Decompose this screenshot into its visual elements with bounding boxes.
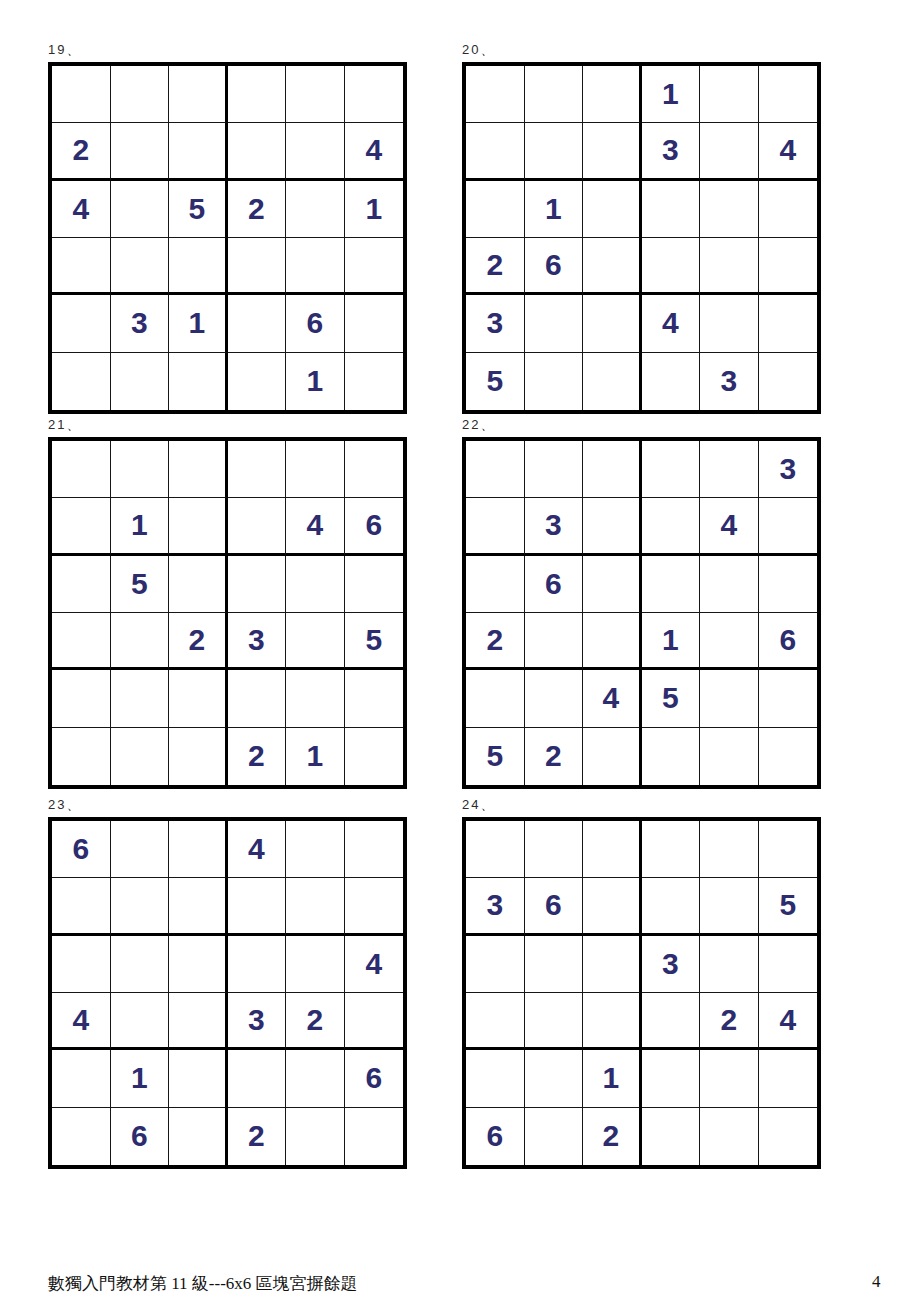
cell-r3c5-empty [700, 556, 759, 613]
cell-r5c3-empty [583, 295, 642, 352]
cell-r1c1-empty [466, 66, 525, 123]
cell-r5c5-empty [286, 1050, 345, 1107]
cell-r2c1-given: 2 [52, 123, 111, 180]
cell-r3c3-empty [583, 181, 642, 238]
cell-r2c6-empty [759, 498, 818, 555]
cell-r4c4-given: 3 [228, 993, 287, 1050]
cell-r4c3-empty [583, 993, 642, 1050]
cell-r3c2-given: 6 [525, 556, 584, 613]
cell-r5c4-empty [642, 1050, 701, 1107]
cell-r4c5-empty [286, 613, 345, 670]
cell-r2c2-given: 3 [525, 498, 584, 555]
cell-r6c3-empty [583, 728, 642, 785]
cell-r5c3-given: 4 [583, 670, 642, 727]
cell-r3c2-given: 5 [111, 556, 170, 613]
cell-r1c3-empty [583, 66, 642, 123]
cell-r5c3-empty [169, 1050, 228, 1107]
cell-r1c6-empty [759, 821, 818, 878]
cell-r1c6-empty [345, 441, 404, 498]
sudoku-board-20: 1341263453 [462, 62, 821, 414]
cell-r3c1-empty [466, 556, 525, 613]
worksheet-page: 19、 2445213161 20、 1341263453 21、 146523… [0, 0, 920, 1302]
cell-r4c2-empty [525, 613, 584, 670]
cell-r4c5-given: 2 [286, 993, 345, 1050]
cell-r5c2-empty [525, 670, 584, 727]
cell-r6c4-empty [642, 728, 701, 785]
cell-r5c2-given: 1 [111, 1050, 170, 1107]
cell-r2c5-empty [700, 878, 759, 935]
cell-r5c4-empty [228, 295, 287, 352]
cell-r6c3-given: 2 [583, 1108, 642, 1165]
cell-r1c6-empty [759, 66, 818, 123]
cell-r1c4-empty [642, 441, 701, 498]
cell-r1c2-empty [111, 66, 170, 123]
sudoku-board-23: 6444321662 [48, 817, 407, 1169]
cell-r1c2-empty [525, 441, 584, 498]
cell-r5c4-given: 4 [642, 295, 701, 352]
cell-r3c6-empty [759, 936, 818, 993]
cell-r4c6-given: 5 [345, 613, 404, 670]
cell-r2c4-empty [642, 498, 701, 555]
cell-r5c5-empty [286, 670, 345, 727]
cell-r3c1-empty [466, 181, 525, 238]
cell-r3c6-empty [345, 556, 404, 613]
cell-r3c4-empty [642, 181, 701, 238]
cell-r6c3-empty [169, 1108, 228, 1165]
cell-r1c6-empty [345, 821, 404, 878]
cell-r3c4-empty [228, 936, 287, 993]
cell-r4c1-given: 4 [52, 993, 111, 1050]
cell-r5c6-empty [759, 1050, 818, 1107]
cell-r6c3-empty [583, 353, 642, 410]
cell-r2c2-empty [111, 878, 170, 935]
cell-r5c6-empty [345, 295, 404, 352]
cell-r1c4-empty [642, 821, 701, 878]
cell-r3c4-given: 2 [228, 181, 287, 238]
cell-r6c6-empty [345, 353, 404, 410]
cell-r4c4-empty [642, 238, 701, 295]
cell-r2c4-empty [228, 123, 287, 180]
cell-r6c5-given: 1 [286, 353, 345, 410]
cell-r1c5-empty [286, 821, 345, 878]
cell-r2c6-empty [345, 878, 404, 935]
cell-r4c1-empty [466, 993, 525, 1050]
cell-r5c4-empty [228, 1050, 287, 1107]
cell-r4c5-given: 2 [700, 993, 759, 1050]
cell-r1c3-empty [169, 821, 228, 878]
cell-r1c4-given: 4 [228, 821, 287, 878]
cell-r4c3-empty [169, 238, 228, 295]
cell-r6c5-given: 1 [286, 728, 345, 785]
cell-r2c3-empty [583, 123, 642, 180]
cell-r2c1-empty [466, 123, 525, 180]
cell-r2c4-empty [642, 878, 701, 935]
cell-r5c1-empty [466, 670, 525, 727]
cell-r3c6-empty [759, 556, 818, 613]
cell-r1c4-empty [228, 66, 287, 123]
cell-r4c3-given: 2 [169, 613, 228, 670]
sudoku-board-21: 146523521 [48, 437, 407, 789]
cell-r1c6-given: 3 [759, 441, 818, 498]
cell-r2c4-given: 3 [642, 123, 701, 180]
cell-r3c3-empty [583, 936, 642, 993]
puzzle-23: 23、 6444321662 [48, 797, 408, 1169]
puzzle-21: 21、 146523521 [48, 417, 408, 789]
cell-r1c5-empty [700, 821, 759, 878]
cell-r3c2-empty [111, 181, 170, 238]
cell-r5c1-empty [52, 670, 111, 727]
cell-r4c2-given: 6 [525, 238, 584, 295]
cell-r4c6-empty [759, 238, 818, 295]
cell-r6c1-empty [52, 1108, 111, 1165]
cell-r3c5-empty [700, 936, 759, 993]
cell-r5c1-empty [52, 295, 111, 352]
puzzle-22-label: 22、 [462, 417, 822, 437]
cell-r4c3-empty [583, 238, 642, 295]
cell-r3c6-given: 4 [345, 936, 404, 993]
cell-r5c6-given: 6 [345, 1050, 404, 1107]
cell-r1c4-empty [228, 441, 287, 498]
cell-r2c5-empty [286, 123, 345, 180]
sudoku-board-19: 2445213161 [48, 62, 407, 414]
cell-r3c4-empty [228, 556, 287, 613]
cell-r1c1-given: 6 [52, 821, 111, 878]
cell-r1c2-empty [525, 821, 584, 878]
cell-r1c2-empty [525, 66, 584, 123]
cell-r2c4-empty [228, 498, 287, 555]
puzzle-21-label: 21、 [48, 417, 408, 437]
cell-r6c5-empty [700, 728, 759, 785]
puzzle-19: 19、 2445213161 [48, 42, 408, 414]
cell-r6c4-given: 2 [228, 1108, 287, 1165]
cell-r4c2-empty [111, 613, 170, 670]
cell-r6c2-given: 2 [525, 728, 584, 785]
cell-r5c1-empty [52, 1050, 111, 1107]
cell-r5c3-given: 1 [169, 295, 228, 352]
cell-r4c1-empty [52, 613, 111, 670]
cell-r2c5-empty [286, 878, 345, 935]
cell-r3c4-given: 3 [642, 936, 701, 993]
cell-r6c6-empty [759, 728, 818, 785]
cell-r2c6-given: 4 [759, 123, 818, 180]
cell-r4c3-empty [583, 613, 642, 670]
cell-r3c3-empty [583, 556, 642, 613]
cell-r2c2-empty [525, 123, 584, 180]
cell-r1c1-empty [466, 821, 525, 878]
cell-r5c2-given: 3 [111, 295, 170, 352]
cell-r1c6-empty [345, 66, 404, 123]
cell-r3c1-given: 4 [52, 181, 111, 238]
cell-r5c6-empty [759, 295, 818, 352]
puzzle-19-label: 19、 [48, 42, 408, 62]
cell-r5c6-empty [345, 670, 404, 727]
cell-r2c3-empty [583, 498, 642, 555]
cell-r6c6-empty [759, 1108, 818, 1165]
cell-r6c3-empty [169, 353, 228, 410]
puzzle-22: 22、 33462164552 [462, 417, 822, 789]
cell-r1c4-given: 1 [642, 66, 701, 123]
cell-r4c2-empty [525, 993, 584, 1050]
cell-r6c5-empty [700, 1108, 759, 1165]
puzzle-20-label: 20、 [462, 42, 822, 62]
cell-r2c3-empty [169, 878, 228, 935]
cell-r4c1-given: 2 [466, 613, 525, 670]
cell-r4c3-empty [169, 993, 228, 1050]
cell-r1c3-empty [583, 821, 642, 878]
cell-r5c2-empty [111, 670, 170, 727]
cell-r3c2-given: 1 [525, 181, 584, 238]
cell-r2c1-given: 3 [466, 878, 525, 935]
cell-r4c1-given: 2 [466, 238, 525, 295]
cell-r2c1-empty [52, 498, 111, 555]
puzzle-23-label: 23、 [48, 797, 408, 817]
cell-r1c3-empty [169, 66, 228, 123]
sudoku-board-24: 365324162 [462, 817, 821, 1169]
cell-r1c3-empty [169, 441, 228, 498]
cell-r4c1-empty [52, 238, 111, 295]
footer-title: 數獨入門教材第 11 級---6x6 區塊宮摒餘題 [48, 1272, 358, 1295]
cell-r5c1-given: 3 [466, 295, 525, 352]
cell-r6c1-given: 5 [466, 728, 525, 785]
cell-r5c4-given: 5 [642, 670, 701, 727]
cell-r5c5-empty [700, 1050, 759, 1107]
cell-r4c4-empty [642, 993, 701, 1050]
cell-r2c3-empty [583, 878, 642, 935]
cell-r2c1-empty [52, 878, 111, 935]
cell-r3c3-empty [169, 936, 228, 993]
cell-r2c1-empty [466, 498, 525, 555]
cell-r3c3-empty [169, 556, 228, 613]
cell-r2c2-given: 6 [525, 878, 584, 935]
puzzle-24-label: 24、 [462, 797, 822, 817]
cell-r4c2-empty [111, 238, 170, 295]
cell-r1c5-empty [700, 441, 759, 498]
cell-r3c6-given: 1 [345, 181, 404, 238]
cell-r2c6-given: 5 [759, 878, 818, 935]
cell-r4c4-given: 3 [228, 613, 287, 670]
cell-r2c5-empty [700, 123, 759, 180]
cell-r5c2-empty [525, 295, 584, 352]
cell-r1c5-empty [700, 66, 759, 123]
cell-r1c2-empty [111, 441, 170, 498]
cell-r2c4-empty [228, 878, 287, 935]
puzzle-24: 24、 365324162 [462, 797, 822, 1169]
cell-r4c6-empty [345, 238, 404, 295]
cell-r2c5-given: 4 [700, 498, 759, 555]
cell-r6c5-given: 3 [700, 353, 759, 410]
cell-r2c3-empty [169, 123, 228, 180]
cell-r1c5-empty [286, 66, 345, 123]
cell-r1c2-empty [111, 821, 170, 878]
cell-r1c1-empty [466, 441, 525, 498]
page-footer: 數獨入門教材第 11 級---6x6 區塊宮摒餘題 4 [0, 1272, 920, 1296]
cell-r3c6-empty [759, 181, 818, 238]
sudoku-board-22: 33462164552 [462, 437, 821, 789]
cell-r3c1-empty [52, 556, 111, 613]
cell-r6c4-empty [642, 1108, 701, 1165]
cell-r1c1-empty [52, 441, 111, 498]
cell-r2c5-given: 4 [286, 498, 345, 555]
cell-r6c3-empty [169, 728, 228, 785]
cell-r4c6-given: 4 [759, 993, 818, 1050]
cell-r5c5-empty [700, 295, 759, 352]
cell-r4c6-empty [345, 993, 404, 1050]
cell-r3c1-empty [466, 936, 525, 993]
cell-r6c2-empty [525, 353, 584, 410]
cell-r6c1-empty [52, 728, 111, 785]
cell-r5c3-empty [169, 670, 228, 727]
cell-r2c2-empty [111, 123, 170, 180]
cell-r4c6-given: 6 [759, 613, 818, 670]
cell-r3c3-given: 5 [169, 181, 228, 238]
cell-r5c6-empty [759, 670, 818, 727]
cell-r1c1-empty [52, 66, 111, 123]
cell-r4c5-empty [700, 613, 759, 670]
cell-r4c5-empty [700, 238, 759, 295]
cell-r6c2-empty [111, 728, 170, 785]
cell-r2c6-given: 4 [345, 123, 404, 180]
cell-r2c3-empty [169, 498, 228, 555]
cell-r3c1-empty [52, 936, 111, 993]
cell-r2c2-given: 1 [111, 498, 170, 555]
cell-r6c4-empty [228, 353, 287, 410]
cell-r6c6-empty [345, 728, 404, 785]
cell-r4c5-empty [286, 238, 345, 295]
cell-r6c4-given: 2 [228, 728, 287, 785]
cell-r6c1-given: 6 [466, 1108, 525, 1165]
cell-r5c1-empty [466, 1050, 525, 1107]
cell-r3c5-empty [286, 181, 345, 238]
cell-r3c4-empty [642, 556, 701, 613]
cell-r6c4-empty [642, 353, 701, 410]
cell-r2c6-given: 6 [345, 498, 404, 555]
cell-r3c5-empty [700, 181, 759, 238]
cell-r1c5-empty [286, 441, 345, 498]
cell-r6c2-empty [111, 353, 170, 410]
puzzle-20: 20、 1341263453 [462, 42, 822, 414]
cell-r4c2-empty [111, 993, 170, 1050]
cell-r6c2-given: 6 [111, 1108, 170, 1165]
cell-r5c2-empty [525, 1050, 584, 1107]
footer-page-number: 4 [872, 1272, 881, 1292]
cell-r3c2-empty [111, 936, 170, 993]
cell-r4c4-empty [228, 238, 287, 295]
cell-r6c2-empty [525, 1108, 584, 1165]
cell-r6c5-empty [286, 1108, 345, 1165]
cell-r6c6-empty [345, 1108, 404, 1165]
cell-r3c5-empty [286, 936, 345, 993]
cell-r6c1-empty [52, 353, 111, 410]
cell-r6c1-given: 5 [466, 353, 525, 410]
cell-r5c3-given: 1 [583, 1050, 642, 1107]
cell-r5c5-given: 6 [286, 295, 345, 352]
cell-r6c6-empty [759, 353, 818, 410]
cell-r4c4-given: 1 [642, 613, 701, 670]
cell-r3c2-empty [525, 936, 584, 993]
cell-r5c4-empty [228, 670, 287, 727]
cell-r3c5-empty [286, 556, 345, 613]
cell-r5c5-empty [700, 670, 759, 727]
cell-r1c3-empty [583, 441, 642, 498]
